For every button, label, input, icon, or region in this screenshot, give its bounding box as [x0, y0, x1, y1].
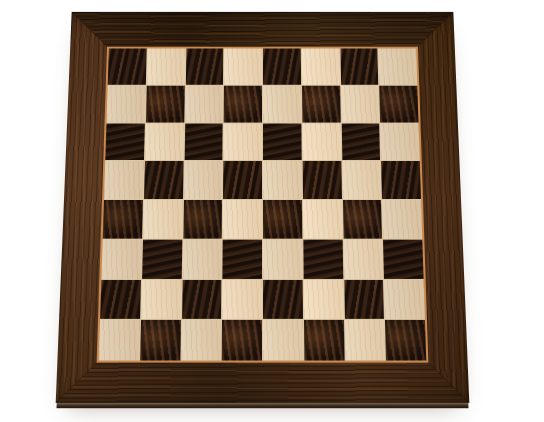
square-h6[interactable] [380, 123, 419, 160]
square-g1[interactable] [344, 320, 385, 360]
square-c6[interactable] [184, 123, 223, 160]
square-d1[interactable] [222, 320, 262, 360]
square-c3[interactable] [182, 239, 222, 278]
square-c4[interactable] [183, 200, 222, 238]
square-f8[interactable] [301, 49, 339, 85]
photo-background [0, 0, 544, 422]
square-h1[interactable] [385, 320, 426, 360]
square-f3[interactable] [303, 239, 343, 278]
square-e2[interactable] [263, 279, 303, 319]
square-c5[interactable] [184, 161, 223, 199]
square-b2[interactable] [141, 279, 181, 319]
square-b7[interactable] [146, 85, 185, 122]
square-f4[interactable] [303, 200, 342, 238]
square-a2[interactable] [100, 279, 141, 319]
square-e8[interactable] [263, 49, 301, 85]
square-f1[interactable] [304, 320, 344, 360]
square-e6[interactable] [263, 123, 301, 160]
squares-grid [99, 49, 427, 361]
playing-field [97, 47, 429, 363]
square-e5[interactable] [263, 161, 302, 199]
square-h2[interactable] [384, 279, 425, 319]
square-b3[interactable] [142, 239, 182, 278]
square-e4[interactable] [263, 200, 302, 238]
square-a8[interactable] [108, 49, 147, 85]
square-f7[interactable] [302, 85, 340, 122]
square-b1[interactable] [140, 320, 181, 360]
square-f5[interactable] [302, 161, 341, 199]
square-a4[interactable] [103, 200, 143, 238]
square-b6[interactable] [145, 123, 184, 160]
board-front-edge [57, 403, 469, 408]
square-d5[interactable] [223, 161, 262, 199]
square-h4[interactable] [382, 200, 422, 238]
square-g3[interactable] [343, 239, 383, 278]
square-e3[interactable] [263, 239, 302, 278]
square-h7[interactable] [379, 85, 418, 122]
square-a5[interactable] [104, 161, 144, 199]
square-d2[interactable] [222, 279, 262, 319]
square-f6[interactable] [302, 123, 341, 160]
square-h5[interactable] [381, 161, 421, 199]
square-g2[interactable] [344, 279, 384, 319]
square-a1[interactable] [99, 320, 140, 360]
square-g7[interactable] [341, 85, 380, 122]
square-d8[interactable] [224, 49, 262, 85]
chessboard [56, 12, 470, 403]
square-c7[interactable] [185, 85, 223, 122]
square-g5[interactable] [342, 161, 381, 199]
square-h8[interactable] [379, 49, 418, 85]
square-d3[interactable] [223, 239, 262, 278]
square-g8[interactable] [340, 49, 378, 85]
square-d6[interactable] [224, 123, 262, 160]
square-b5[interactable] [144, 161, 183, 199]
square-g6[interactable] [341, 123, 380, 160]
square-e1[interactable] [263, 320, 303, 360]
square-d7[interactable] [224, 85, 262, 122]
square-c8[interactable] [185, 49, 223, 85]
square-c2[interactable] [182, 279, 222, 319]
square-b8[interactable] [147, 49, 185, 85]
square-d4[interactable] [223, 200, 262, 238]
square-e7[interactable] [263, 85, 301, 122]
square-c1[interactable] [181, 320, 221, 360]
square-b4[interactable] [143, 200, 183, 238]
square-g4[interactable] [343, 200, 383, 238]
square-a6[interactable] [105, 123, 144, 160]
square-h3[interactable] [383, 239, 423, 278]
square-a7[interactable] [107, 85, 146, 122]
square-a3[interactable] [101, 239, 141, 278]
square-f2[interactable] [303, 279, 343, 319]
